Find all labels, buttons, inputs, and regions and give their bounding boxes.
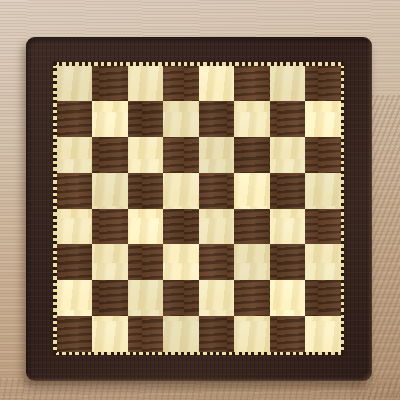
square-f4[interactable]: [234, 209, 270, 245]
square-g1[interactable]: [270, 316, 306, 352]
square-h6[interactable]: [305, 137, 341, 173]
inlay-dash-bottom: [53, 352, 344, 356]
chess-board: [26, 37, 372, 381]
square-a1[interactable]: [57, 316, 93, 352]
square-f6[interactable]: [234, 137, 270, 173]
square-c1[interactable]: [128, 316, 164, 352]
square-e4[interactable]: [199, 209, 235, 245]
square-e7[interactable]: [199, 101, 235, 137]
square-b6[interactable]: [92, 137, 128, 173]
square-b4[interactable]: [92, 209, 128, 245]
scene: [0, 0, 400, 400]
square-g3[interactable]: [270, 244, 306, 280]
square-g5[interactable]: [270, 173, 306, 209]
board-grid: [57, 66, 341, 352]
square-f7[interactable]: [234, 101, 270, 137]
square-c4[interactable]: [128, 209, 164, 245]
square-h4[interactable]: [305, 209, 341, 245]
square-b8[interactable]: [92, 66, 128, 102]
square-e6[interactable]: [199, 137, 235, 173]
square-h5[interactable]: [305, 173, 341, 209]
square-g2[interactable]: [270, 280, 306, 316]
board-inlay-border: [53, 62, 344, 355]
square-b2[interactable]: [92, 280, 128, 316]
square-b5[interactable]: [92, 173, 128, 209]
square-c6[interactable]: [128, 137, 164, 173]
square-c3[interactable]: [128, 244, 164, 280]
square-e5[interactable]: [199, 173, 235, 209]
square-d5[interactable]: [163, 173, 199, 209]
square-h2[interactable]: [305, 280, 341, 316]
square-g4[interactable]: [270, 209, 306, 245]
square-g7[interactable]: [270, 101, 306, 137]
square-e8[interactable]: [199, 66, 235, 102]
square-a8[interactable]: [57, 66, 93, 102]
square-h8[interactable]: [305, 66, 341, 102]
inlay-dash-right: [341, 62, 345, 355]
square-d4[interactable]: [163, 209, 199, 245]
square-h1[interactable]: [305, 316, 341, 352]
square-d8[interactable]: [163, 66, 199, 102]
square-e2[interactable]: [199, 280, 235, 316]
square-c5[interactable]: [128, 173, 164, 209]
square-f2[interactable]: [234, 280, 270, 316]
square-f1[interactable]: [234, 316, 270, 352]
table-grain-diagonal-bottom: [0, 378, 400, 400]
square-e1[interactable]: [199, 316, 235, 352]
square-b3[interactable]: [92, 244, 128, 280]
square-a3[interactable]: [57, 244, 93, 280]
square-a5[interactable]: [57, 173, 93, 209]
square-g6[interactable]: [270, 137, 306, 173]
square-g8[interactable]: [270, 66, 306, 102]
square-h3[interactable]: [305, 244, 341, 280]
square-b1[interactable]: [92, 316, 128, 352]
square-d3[interactable]: [163, 244, 199, 280]
square-h7[interactable]: [305, 101, 341, 137]
square-a4[interactable]: [57, 209, 93, 245]
square-d2[interactable]: [163, 280, 199, 316]
square-a2[interactable]: [57, 280, 93, 316]
square-a7[interactable]: [57, 101, 93, 137]
square-d1[interactable]: [163, 316, 199, 352]
square-f5[interactable]: [234, 173, 270, 209]
square-b7[interactable]: [92, 101, 128, 137]
square-d6[interactable]: [163, 137, 199, 173]
square-c8[interactable]: [128, 66, 164, 102]
square-f8[interactable]: [234, 66, 270, 102]
square-f3[interactable]: [234, 244, 270, 280]
square-e3[interactable]: [199, 244, 235, 280]
square-c2[interactable]: [128, 280, 164, 316]
square-d7[interactable]: [163, 101, 199, 137]
square-c7[interactable]: [128, 101, 164, 137]
square-a6[interactable]: [57, 137, 93, 173]
